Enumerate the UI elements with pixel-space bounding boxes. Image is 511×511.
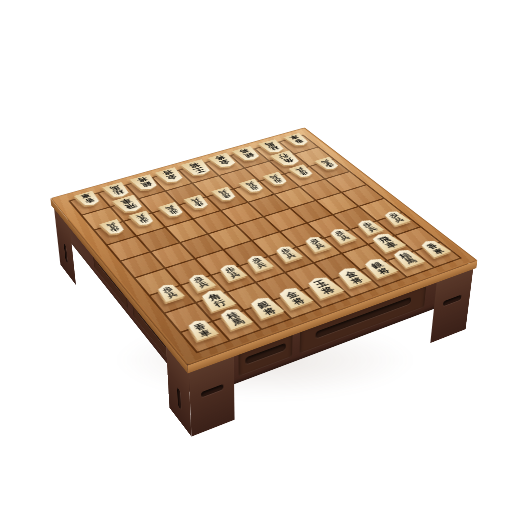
piece-kanji: 銀 将 <box>369 261 391 275</box>
cell-9e[interactable] <box>122 253 164 277</box>
cell-7e[interactable] <box>181 235 222 258</box>
piece-kanji: 香 車 <box>425 243 445 255</box>
piece-kanji: 歩 兵 <box>105 222 121 233</box>
leg-slot <box>177 387 181 410</box>
shogi-table-scene: 香 車桂 馬銀 将金 将王 将金 将銀 将桂 馬香 車飛 車角 行歩 兵歩 兵歩… <box>99 72 411 384</box>
piece-kanji: 香 車 <box>193 322 212 337</box>
piece-kanji: 歩 兵 <box>251 257 268 269</box>
leg-slot <box>443 295 462 307</box>
cell-9d[interactable] <box>108 237 149 260</box>
piece-kanji: 金 将 <box>343 270 365 284</box>
piece-kanji: 桂 馬 <box>224 311 245 326</box>
piece-kanji: 歩 兵 <box>162 287 179 300</box>
piece-kanji: 飛 車 <box>377 235 399 249</box>
cell-8e[interactable] <box>152 244 193 268</box>
piece-kanji: 角 行 <box>207 292 229 308</box>
leg-slot <box>64 243 68 263</box>
leg-slot <box>201 384 223 398</box>
piece-kanji: 玉 将 <box>313 279 337 295</box>
piece-kanji: 桂 馬 <box>397 252 418 265</box>
piece-kanji: 銀 将 <box>256 300 278 316</box>
product-photo: 香 車桂 馬銀 将金 将王 将金 将銀 将桂 馬香 車飛 車角 行歩 兵歩 兵歩… <box>0 0 511 511</box>
piece-kanji: 歩 兵 <box>334 230 352 241</box>
piece-kanji: 歩 兵 <box>309 239 327 250</box>
piece-kanji: 金 将 <box>283 290 305 305</box>
cell-6e[interactable] <box>209 226 250 249</box>
piece-kanji: 歩 兵 <box>193 276 211 289</box>
piece-kanji: 歩 兵 <box>224 266 242 278</box>
shogi-board: 香 車桂 馬銀 将金 将王 将金 将銀 将桂 馬香 車飛 車角 行歩 兵歩 兵歩… <box>50 128 477 366</box>
cell-8d[interactable] <box>138 228 179 251</box>
piece-kanji: 歩 兵 <box>361 222 379 233</box>
piece-kanji: 歩 兵 <box>280 248 298 260</box>
